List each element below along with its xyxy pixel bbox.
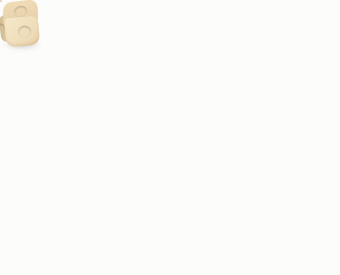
- memory-chess-product-photo: [0, 0, 340, 275]
- red-dot: [18, 25, 32, 38]
- piece-layer: [0, 0, 340, 275]
- die-front-face: [4, 16, 40, 48]
